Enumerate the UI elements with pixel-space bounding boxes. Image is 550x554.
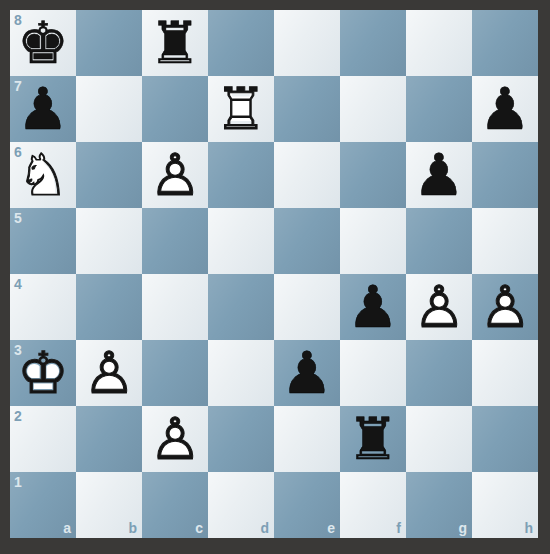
square-f2[interactable]: ♜ [340,406,406,472]
square-c4[interactable] [142,274,208,340]
square-e2[interactable] [274,406,340,472]
square-g8[interactable] [406,10,472,76]
file-label-e: e [327,520,335,536]
square-c5[interactable] [142,208,208,274]
square-b5[interactable] [76,208,142,274]
piece-white-pawn[interactable]: ♟♙ [142,406,208,472]
square-d4[interactable] [208,274,274,340]
square-a1[interactable]: 1a [10,472,76,538]
square-d5[interactable] [208,208,274,274]
square-e1[interactable]: e [274,472,340,538]
square-g2[interactable] [406,406,472,472]
square-h6[interactable] [472,142,538,208]
square-a7[interactable]: 7♟ [10,76,76,142]
piece-black-king[interactable]: ♚ [10,10,76,76]
square-h4[interactable]: ♟♙ [472,274,538,340]
square-f3[interactable] [340,340,406,406]
square-d2[interactable] [208,406,274,472]
rank-label-2: 2 [14,408,22,424]
file-label-d: d [260,520,269,536]
square-h2[interactable] [472,406,538,472]
square-c8[interactable]: ♜ [142,10,208,76]
square-a3[interactable]: 3♚♔ [10,340,76,406]
piece-black-rook[interactable]: ♜ [142,10,208,76]
square-b6[interactable] [76,142,142,208]
square-d7[interactable]: ♜♖ [208,76,274,142]
piece-black-pawn[interactable]: ♟ [340,274,406,340]
square-g1[interactable]: g [406,472,472,538]
square-h1[interactable]: h [472,472,538,538]
square-b8[interactable] [76,10,142,76]
square-h3[interactable] [472,340,538,406]
piece-black-pawn[interactable]: ♟ [406,142,472,208]
square-f5[interactable] [340,208,406,274]
square-e8[interactable] [274,10,340,76]
file-label-g: g [458,520,467,536]
square-g5[interactable] [406,208,472,274]
square-b4[interactable] [76,274,142,340]
square-d6[interactable] [208,142,274,208]
square-e4[interactable] [274,274,340,340]
board-frame: 8♚♜7♟♜♖♟6♞♘♟♙♟54♟♟♙♟♙3♚♔♟♙♟2♟♙♜1abcdefgh [0,0,550,554]
square-c1[interactable]: c [142,472,208,538]
piece-black-pawn[interactable]: ♟ [274,340,340,406]
square-f7[interactable] [340,76,406,142]
rank-label-5: 5 [14,210,22,226]
file-label-c: c [195,520,203,536]
square-e5[interactable] [274,208,340,274]
square-a2[interactable]: 2 [10,406,76,472]
square-a8[interactable]: 8♚ [10,10,76,76]
file-label-b: b [128,520,137,536]
piece-white-king[interactable]: ♚♔ [10,340,76,406]
rank-label-1: 1 [14,474,22,490]
file-label-h: h [524,520,533,536]
square-a4[interactable]: 4 [10,274,76,340]
square-e3[interactable]: ♟ [274,340,340,406]
square-b7[interactable] [76,76,142,142]
square-c3[interactable] [142,340,208,406]
piece-white-knight[interactable]: ♞♘ [10,142,76,208]
square-h5[interactable] [472,208,538,274]
piece-white-pawn[interactable]: ♟♙ [142,142,208,208]
square-f1[interactable]: f [340,472,406,538]
square-f8[interactable] [340,10,406,76]
square-f4[interactable]: ♟ [340,274,406,340]
piece-white-pawn[interactable]: ♟♙ [472,274,538,340]
square-c7[interactable] [142,76,208,142]
square-g4[interactable]: ♟♙ [406,274,472,340]
rank-label-4: 4 [14,276,22,292]
square-b2[interactable] [76,406,142,472]
square-e6[interactable] [274,142,340,208]
chess-board: 8♚♜7♟♜♖♟6♞♘♟♙♟54♟♟♙♟♙3♚♔♟♙♟2♟♙♜1abcdefgh [10,10,538,538]
square-b3[interactable]: ♟♙ [76,340,142,406]
piece-white-pawn[interactable]: ♟♙ [406,274,472,340]
square-g6[interactable]: ♟ [406,142,472,208]
file-label-a: a [63,520,71,536]
square-g7[interactable] [406,76,472,142]
square-h7[interactable]: ♟ [472,76,538,142]
square-h8[interactable] [472,10,538,76]
piece-black-pawn[interactable]: ♟ [472,76,538,142]
piece-white-pawn[interactable]: ♟♙ [76,340,142,406]
piece-black-pawn[interactable]: ♟ [10,76,76,142]
file-label-f: f [396,520,401,536]
square-c6[interactable]: ♟♙ [142,142,208,208]
square-b1[interactable]: b [76,472,142,538]
piece-white-rook[interactable]: ♜♖ [208,76,274,142]
square-e7[interactable] [274,76,340,142]
square-d1[interactable]: d [208,472,274,538]
square-c2[interactable]: ♟♙ [142,406,208,472]
square-a5[interactable]: 5 [10,208,76,274]
square-a6[interactable]: 6♞♘ [10,142,76,208]
square-d3[interactable] [208,340,274,406]
square-g3[interactable] [406,340,472,406]
square-d8[interactable] [208,10,274,76]
square-f6[interactable] [340,142,406,208]
piece-black-rook[interactable]: ♜ [340,406,406,472]
